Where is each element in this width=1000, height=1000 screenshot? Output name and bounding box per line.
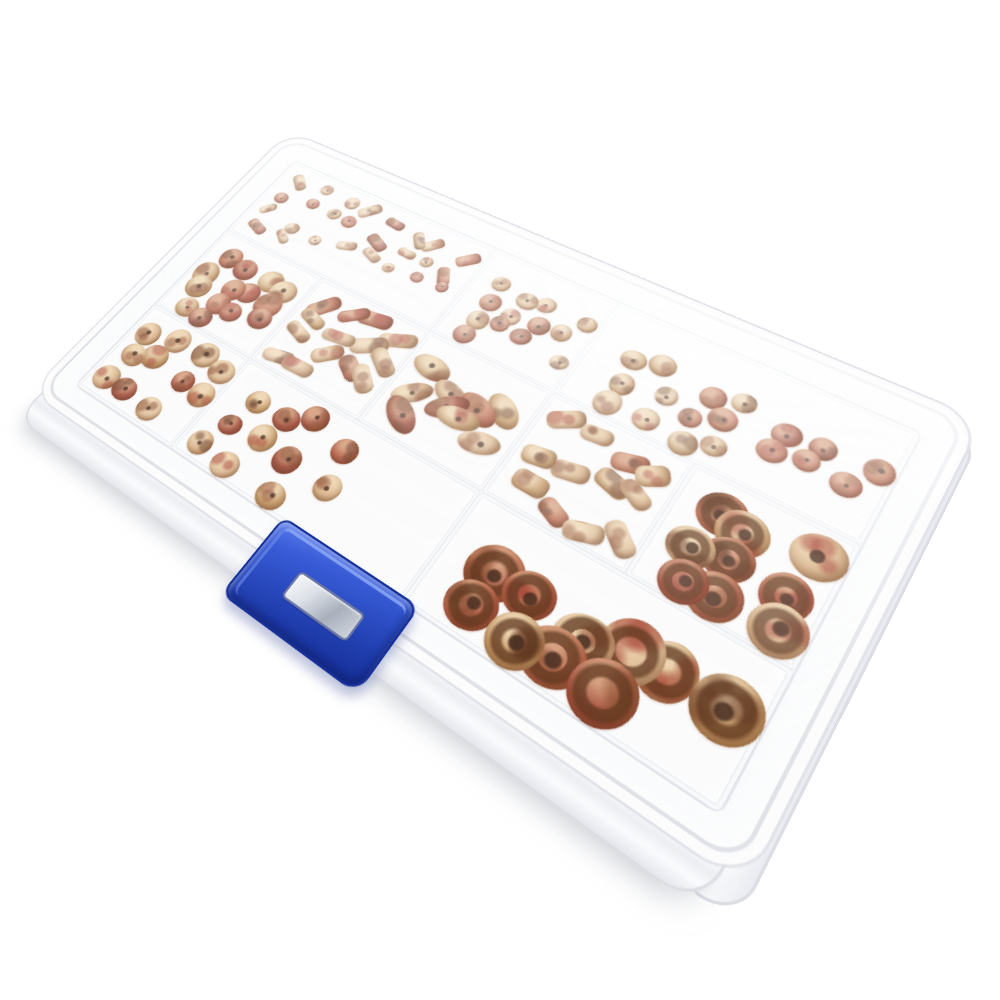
wooden-bead [308, 469, 349, 506]
wooden-bead [489, 275, 515, 294]
wooden-bead [547, 354, 571, 372]
wooden-bead [246, 217, 267, 236]
wooden-bead [413, 232, 426, 251]
wooden-bead [824, 466, 868, 503]
wooden-bead [674, 404, 708, 432]
wooden-bead [318, 184, 336, 197]
wooden-bead [454, 253, 482, 268]
wooden-bead [696, 432, 730, 460]
wooden-bead [602, 518, 639, 561]
wooden-bead [306, 233, 325, 247]
wooden-bead [368, 345, 397, 380]
wooden-bead [248, 476, 292, 517]
wooden-bead [259, 202, 278, 213]
wooden-bead [730, 391, 759, 415]
wooden-bead [454, 428, 505, 460]
wooden-bead [651, 383, 682, 408]
wooden-bead [214, 412, 247, 438]
wooden-bead [418, 256, 435, 268]
wooden-bead [547, 410, 587, 428]
wooden-bead [335, 240, 358, 250]
wooden-bead [356, 203, 382, 218]
wooden-bead [325, 434, 365, 470]
wooden-bead [292, 174, 306, 192]
wooden-bead [627, 404, 664, 435]
wooden-bead [296, 404, 334, 435]
wooden-bead [408, 270, 427, 285]
wooden-bead [241, 386, 276, 417]
wooden-bead [862, 456, 897, 489]
latch-metal-slot [281, 570, 366, 642]
wooden-bead [131, 392, 167, 425]
wooden-bead [643, 350, 682, 381]
wooden-bead [338, 214, 360, 231]
wooden-bead [634, 465, 671, 486]
product-photo [0, 0, 1000, 1000]
wooden-bead [303, 197, 322, 212]
wooden-bead [384, 216, 407, 232]
wooden-bead [204, 447, 245, 481]
wooden-bead [577, 422, 617, 449]
wooden-bead [616, 347, 651, 374]
wooden-bead [182, 426, 219, 458]
storage-box [45, 138, 960, 855]
wooden-bead [379, 261, 397, 274]
wooden-bead [350, 362, 375, 395]
